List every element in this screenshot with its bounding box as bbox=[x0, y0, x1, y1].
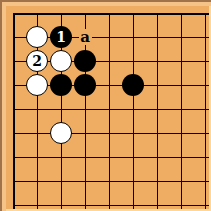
stone-white-C14 bbox=[50, 122, 72, 144]
stone-white-B18 bbox=[26, 26, 48, 48]
stone-black-D16 bbox=[74, 74, 96, 96]
stones-layer: 12a bbox=[1, 1, 211, 211]
go-board-diagram: 12a bbox=[0, 0, 211, 211]
stone-white-B17-move-2: 2 bbox=[26, 50, 48, 72]
stone-black-C18-move-1: 1 bbox=[50, 26, 72, 48]
point-label-a-D18: a bbox=[79, 29, 92, 45]
stone-white-B16 bbox=[26, 74, 48, 96]
stone-black-D17 bbox=[74, 50, 96, 72]
stone-white-C17 bbox=[50, 50, 72, 72]
stone-black-F16 bbox=[122, 74, 144, 96]
stone-black-C16 bbox=[50, 74, 72, 96]
